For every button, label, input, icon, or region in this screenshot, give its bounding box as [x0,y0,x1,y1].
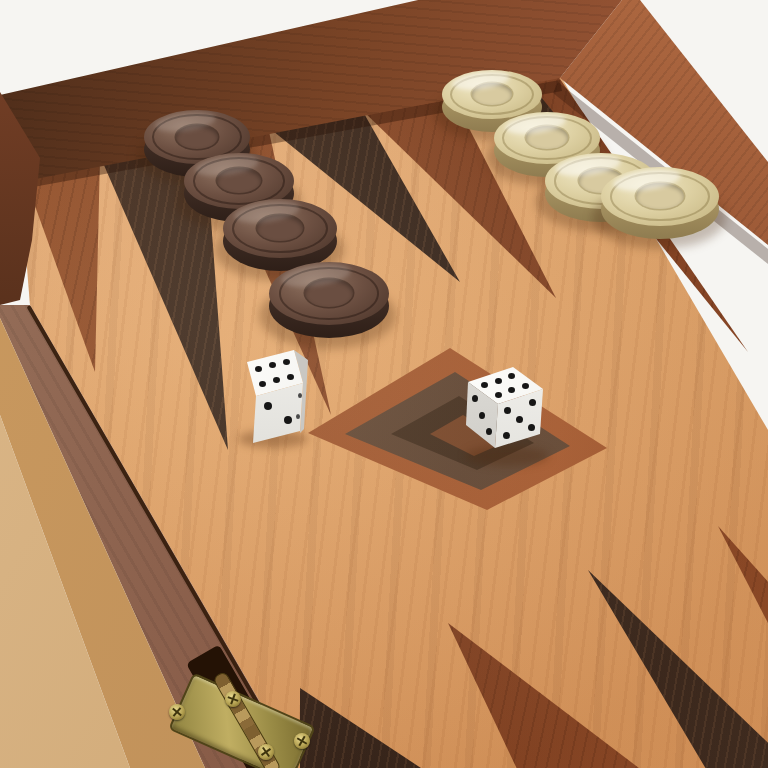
pip [255,366,262,372]
pip [528,424,535,431]
pip [479,412,485,419]
pip [508,373,515,379]
pip [283,359,290,365]
left-die[interactable] [233,345,311,447]
pip [522,383,529,389]
brown-checker-4[interactable] [269,262,389,338]
pip [273,377,280,383]
checker-top [223,199,337,258]
pip [508,387,515,393]
hinge-screw-2 [225,691,241,707]
pip [298,393,302,398]
pip [504,407,511,414]
pip [516,416,523,423]
pip [472,395,478,402]
pip [259,381,266,387]
pip [269,362,276,368]
cream-checker-4[interactable] [601,167,719,239]
pip [529,399,536,406]
pip [296,414,300,419]
checker-top [601,167,719,226]
pip [495,378,502,384]
pip [264,402,272,410]
hinge-screw-1 [169,704,185,720]
pip [287,374,294,380]
right-die[interactable] [455,362,549,460]
hinge-screw-3 [258,744,274,760]
pip [503,432,510,439]
checker-top [269,262,389,325]
hinge-screw-4 [294,733,310,749]
pip [486,428,492,435]
backgammon-board-photo [0,0,768,768]
pip [495,392,502,398]
pip [284,416,292,424]
brown-checker-3[interactable] [223,199,337,271]
pip [481,382,488,388]
